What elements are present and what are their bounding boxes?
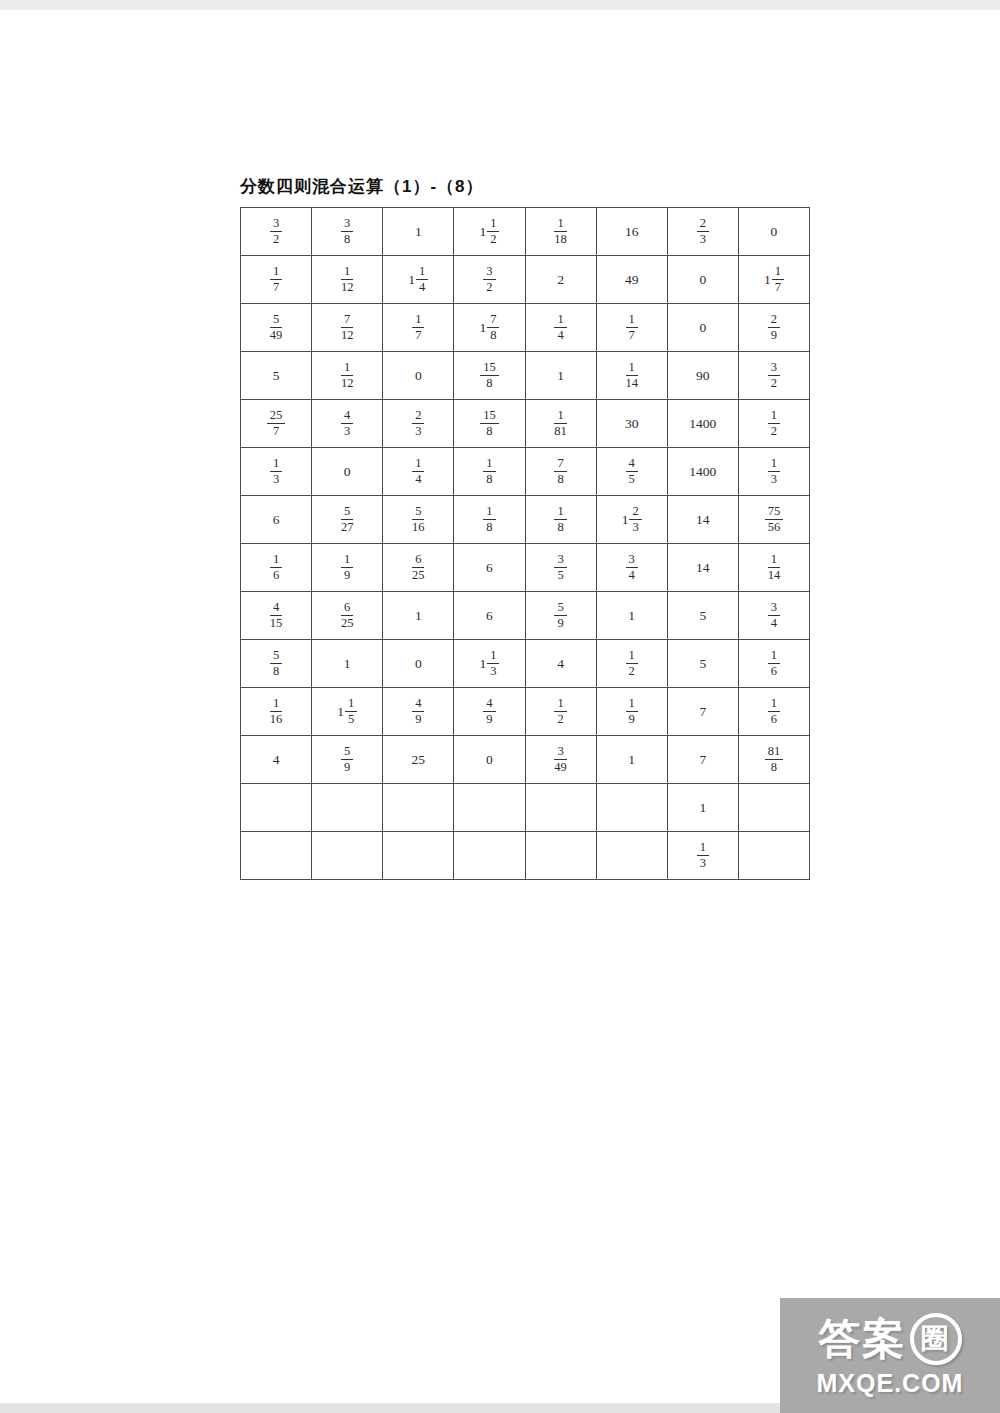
table-cell-r1c1: 32 bbox=[241, 208, 312, 256]
table-cell-r11c6: 19 bbox=[597, 688, 668, 736]
table-cell-r7c8: 7556 bbox=[739, 496, 810, 544]
table-cell-r9c4: 6 bbox=[454, 592, 525, 640]
table-cell-r5c5: 181 bbox=[526, 400, 597, 448]
table-cell-r7c3: 516 bbox=[383, 496, 454, 544]
table-cell-r13c4 bbox=[454, 784, 525, 832]
table-cell-r12c5: 349 bbox=[526, 736, 597, 784]
table-cell-r10c4: 113 bbox=[454, 640, 525, 688]
table-cell-r8c8: 114 bbox=[739, 544, 810, 592]
table-cell-r1c4: 112 bbox=[454, 208, 525, 256]
table-cell-r14c3 bbox=[383, 832, 454, 880]
table-cell-r3c5: 14 bbox=[526, 304, 597, 352]
table-cell-r9c3: 1 bbox=[383, 592, 454, 640]
table-cell-r1c3: 1 bbox=[383, 208, 454, 256]
table-cell-r1c6: 16 bbox=[597, 208, 668, 256]
table-cell-r14c7: 13 bbox=[668, 832, 739, 880]
watermark-logo-circle-icon: 圈 bbox=[910, 1313, 962, 1365]
table-cell-r11c8: 16 bbox=[739, 688, 810, 736]
table-cell-r5c6: 30 bbox=[597, 400, 668, 448]
table-cell-r5c3: 23 bbox=[383, 400, 454, 448]
table-cell-r5c7: 1400 bbox=[668, 400, 739, 448]
table-cell-r12c8: 818 bbox=[739, 736, 810, 784]
table-cell-r4c7: 90 bbox=[668, 352, 739, 400]
table-cell-r14c4 bbox=[454, 832, 525, 880]
table-cell-r13c8 bbox=[739, 784, 810, 832]
table-cell-r13c6 bbox=[597, 784, 668, 832]
table-cell-r14c1 bbox=[241, 832, 312, 880]
table-cell-r12c6: 1 bbox=[597, 736, 668, 784]
table-cell-r2c6: 49 bbox=[597, 256, 668, 304]
table-cell-r4c3: 0 bbox=[383, 352, 454, 400]
table-cell-r6c4: 18 bbox=[454, 448, 525, 496]
table-cell-r8c7: 14 bbox=[668, 544, 739, 592]
table-cell-r2c3: 114 bbox=[383, 256, 454, 304]
table-cell-r2c4: 32 bbox=[454, 256, 525, 304]
table-cell-r9c8: 34 bbox=[739, 592, 810, 640]
table-cell-r6c3: 14 bbox=[383, 448, 454, 496]
table-cell-r10c5: 4 bbox=[526, 640, 597, 688]
table-cell-r7c2: 527 bbox=[312, 496, 383, 544]
table-cell-r12c1: 4 bbox=[241, 736, 312, 784]
table-cell-r14c5 bbox=[526, 832, 597, 880]
table-cell-r9c7: 5 bbox=[668, 592, 739, 640]
table-cell-r13c7: 1 bbox=[668, 784, 739, 832]
table-cell-r1c8: 0 bbox=[739, 208, 810, 256]
worksheet-title: 分数四则混合运算（1）-（8） bbox=[240, 175, 484, 198]
table-cell-r2c8: 117 bbox=[739, 256, 810, 304]
table-cell-r3c6: 17 bbox=[597, 304, 668, 352]
table-cell-r7c7: 14 bbox=[668, 496, 739, 544]
table-cell-r10c6: 12 bbox=[597, 640, 668, 688]
table-cell-r3c4: 178 bbox=[454, 304, 525, 352]
table-cell-r4c2: 112 bbox=[312, 352, 383, 400]
table-cell-r10c7: 5 bbox=[668, 640, 739, 688]
table-cell-r1c2: 38 bbox=[312, 208, 383, 256]
table-cell-r7c5: 18 bbox=[526, 496, 597, 544]
table-cell-r13c3 bbox=[383, 784, 454, 832]
table-cell-r4c6: 114 bbox=[597, 352, 668, 400]
watermark: 答案 圈 MXQE.COM bbox=[780, 1298, 1000, 1413]
table-cell-r1c5: 118 bbox=[526, 208, 597, 256]
watermark-site-text: MXQE.COM bbox=[817, 1369, 964, 1398]
table-cell-r3c7: 0 bbox=[668, 304, 739, 352]
table-cell-r4c4: 158 bbox=[454, 352, 525, 400]
table-cell-r13c1 bbox=[241, 784, 312, 832]
table-cell-r4c8: 32 bbox=[739, 352, 810, 400]
table-cell-r5c1: 257 bbox=[241, 400, 312, 448]
table-cell-r3c2: 712 bbox=[312, 304, 383, 352]
watermark-logo: 答案 圈 bbox=[819, 1313, 962, 1365]
table-cell-r8c6: 34 bbox=[597, 544, 668, 592]
table-cell-r14c6 bbox=[597, 832, 668, 880]
table-cell-r2c2: 112 bbox=[312, 256, 383, 304]
table-cell-r8c4: 6 bbox=[454, 544, 525, 592]
table-cell-r11c7: 7 bbox=[668, 688, 739, 736]
table-cell-r3c1: 549 bbox=[241, 304, 312, 352]
table-cell-r6c2: 0 bbox=[312, 448, 383, 496]
table-cell-r11c2: 115 bbox=[312, 688, 383, 736]
table-cell-r14c8 bbox=[739, 832, 810, 880]
table-cell-r7c4: 18 bbox=[454, 496, 525, 544]
table-cell-r6c7: 1400 bbox=[668, 448, 739, 496]
watermark-logo-text: 答案 bbox=[819, 1317, 907, 1361]
table-cell-r6c8: 13 bbox=[739, 448, 810, 496]
table-cell-r12c3: 25 bbox=[383, 736, 454, 784]
table-cell-r12c2: 59 bbox=[312, 736, 383, 784]
table-cell-r8c2: 19 bbox=[312, 544, 383, 592]
table-cell-r3c3: 17 bbox=[383, 304, 454, 352]
table-cell-r11c4: 49 bbox=[454, 688, 525, 736]
table-cell-r9c2: 625 bbox=[312, 592, 383, 640]
table-cell-r7c1: 6 bbox=[241, 496, 312, 544]
table-cell-r5c8: 12 bbox=[739, 400, 810, 448]
table-cell-r6c1: 13 bbox=[241, 448, 312, 496]
table-cell-r8c3: 625 bbox=[383, 544, 454, 592]
table-cell-r4c5: 1 bbox=[526, 352, 597, 400]
table-cell-r12c7: 7 bbox=[668, 736, 739, 784]
table-cell-r11c3: 49 bbox=[383, 688, 454, 736]
table-cell-r14c2 bbox=[312, 832, 383, 880]
table-cell-r2c5: 2 bbox=[526, 256, 597, 304]
table-cell-r5c2: 43 bbox=[312, 400, 383, 448]
table-cell-r1c7: 23 bbox=[668, 208, 739, 256]
table-cell-r10c2: 1 bbox=[312, 640, 383, 688]
table-cell-r7c6: 123 bbox=[597, 496, 668, 544]
table-cell-r12c4: 0 bbox=[454, 736, 525, 784]
answer-table: 3238111211816230171121143224901175497121… bbox=[240, 207, 810, 880]
table-cell-r13c2 bbox=[312, 784, 383, 832]
table-cell-r9c5: 59 bbox=[526, 592, 597, 640]
table-cell-r2c1: 17 bbox=[241, 256, 312, 304]
table-cell-r3c8: 29 bbox=[739, 304, 810, 352]
table-cell-r10c1: 58 bbox=[241, 640, 312, 688]
table-cell-r10c3: 0 bbox=[383, 640, 454, 688]
table-cell-r9c1: 415 bbox=[241, 592, 312, 640]
table-cell-r11c1: 116 bbox=[241, 688, 312, 736]
table-cell-r5c4: 158 bbox=[454, 400, 525, 448]
table-cell-r8c5: 35 bbox=[526, 544, 597, 592]
table-cell-r9c6: 1 bbox=[597, 592, 668, 640]
table-cell-r2c7: 0 bbox=[668, 256, 739, 304]
table-cell-r6c5: 78 bbox=[526, 448, 597, 496]
table-cell-r11c5: 12 bbox=[526, 688, 597, 736]
table-cell-r13c5 bbox=[526, 784, 597, 832]
table-cell-r4c1: 5 bbox=[241, 352, 312, 400]
table-cell-r10c8: 16 bbox=[739, 640, 810, 688]
table-cell-r8c1: 16 bbox=[241, 544, 312, 592]
page-edge-shadow-top bbox=[0, 0, 1000, 10]
table-cell-r6c6: 45 bbox=[597, 448, 668, 496]
